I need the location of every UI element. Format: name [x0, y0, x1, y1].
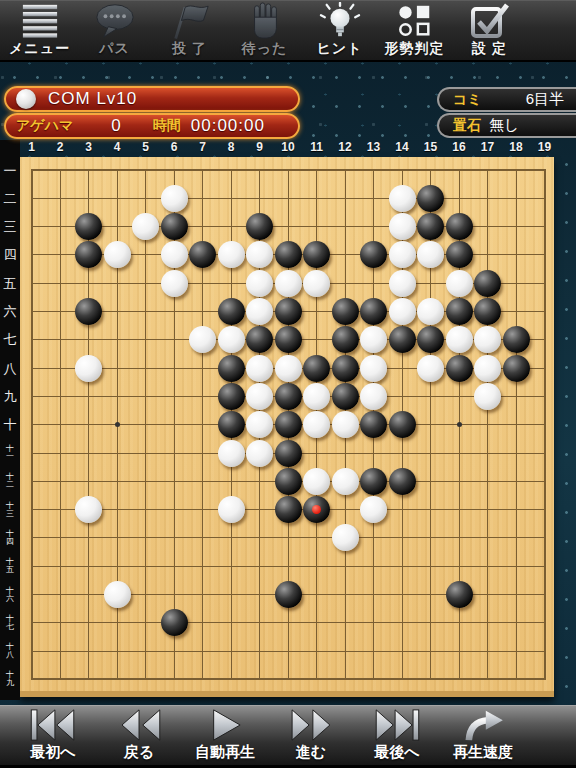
stone-black: [161, 609, 188, 636]
stone-black: [417, 326, 444, 353]
stone-white: [303, 383, 330, 410]
col-label: 17: [474, 140, 502, 154]
stone-white: [360, 383, 387, 410]
agehama-label: アゲハマ: [16, 117, 73, 135]
stone-black: [275, 440, 302, 467]
col-label: 11: [303, 140, 331, 154]
col-label: 5: [132, 140, 160, 154]
hint-button[interactable]: ヒント: [302, 2, 377, 58]
stone-black: [275, 326, 302, 353]
row-label: 六: [0, 302, 20, 322]
stone-white: [246, 383, 273, 410]
stone-black: [417, 185, 444, 212]
row-label: 十五: [0, 556, 20, 576]
stone-black: [189, 241, 216, 268]
stone-black: [389, 326, 416, 353]
capture-time-pill: アゲハマ 0 時間 00:00:00: [4, 113, 300, 139]
stone-black: [474, 270, 501, 297]
last-move-marker: [312, 505, 321, 514]
stone-white: [75, 496, 102, 523]
stone-white: [389, 241, 416, 268]
stone-white: [189, 326, 216, 353]
play-icon: [206, 707, 244, 743]
stone-black: [275, 581, 302, 608]
autoplay-button[interactable]: 自動再生: [182, 707, 268, 762]
stone-black: [360, 298, 387, 325]
stone-white: [417, 241, 444, 268]
settings-button[interactable]: 設 定: [452, 2, 527, 58]
playback-toolbar: 最初へ 戻る 自動再生 進む 最後へ: [0, 705, 576, 768]
stone-black: [303, 496, 330, 523]
col-label: 1: [18, 140, 46, 154]
row-label: 七: [0, 330, 20, 350]
stone-white: [360, 355, 387, 382]
col-label: 18: [502, 140, 530, 154]
rewind-button[interactable]: 戻る: [96, 707, 182, 762]
hint-label: ヒント: [317, 40, 363, 58]
stone-white: [161, 241, 188, 268]
stone-white: [246, 355, 273, 382]
skip-to-end-icon: [372, 707, 422, 743]
col-label: 8: [217, 140, 245, 154]
stone-white: [246, 440, 273, 467]
grid-line: [487, 169, 488, 680]
undo-hand-icon: [246, 2, 284, 40]
stone-white: [104, 581, 131, 608]
stone-white: [389, 185, 416, 212]
grid-line: [31, 537, 546, 538]
handicap-pill: 置石 無し: [437, 113, 576, 138]
row-label: 十: [0, 415, 20, 435]
grid-line: [31, 566, 546, 567]
undo-button[interactable]: 待った: [227, 2, 302, 58]
stone-black: [446, 213, 473, 240]
grid-line: [516, 169, 517, 680]
stone-black: [474, 298, 501, 325]
autoplay-label: 自動再生: [195, 743, 255, 762]
stone-black: [275, 383, 302, 410]
stone-white: [75, 355, 102, 382]
stone-black: [275, 241, 302, 268]
col-label: 16: [445, 140, 473, 154]
col-label: 7: [189, 140, 217, 154]
stone-black: [303, 241, 330, 268]
rewind-label: 戻る: [124, 743, 154, 762]
row-label: 九: [0, 386, 20, 406]
skip-to-end-button[interactable]: 最後へ: [354, 707, 440, 762]
judgment-label: 形勢判定: [385, 40, 445, 58]
stone-black: [218, 411, 245, 438]
stone-black: [332, 355, 359, 382]
pass-label: パス: [99, 40, 130, 58]
stone-black: [446, 581, 473, 608]
stone-black: [503, 326, 530, 353]
stone-black: [275, 411, 302, 438]
row-label: 十六: [0, 585, 20, 605]
stone-white: [446, 270, 473, 297]
stone-black: [161, 213, 188, 240]
col-label: 2: [46, 140, 74, 154]
col-label: 12: [331, 140, 359, 154]
row-coordinates: 一二三四五六七八九十十一十二十三十四十五十六十七十八十九: [0, 140, 20, 700]
col-label: 19: [531, 140, 559, 154]
playback-speed-label: 再生速度: [453, 743, 513, 762]
stone-black: [75, 298, 102, 325]
settings-checkbox-icon: [470, 2, 510, 40]
judgment-button[interactable]: 形勢判定: [377, 2, 452, 58]
column-coordinates: 12345678910111213141516171819: [20, 140, 554, 157]
goban[interactable]: [20, 157, 554, 697]
komi-label: コミ: [453, 91, 482, 109]
skip-to-start-icon: [28, 707, 78, 743]
undo-label: 待った: [242, 40, 288, 58]
row-label: 十九: [0, 669, 20, 689]
menu-label: メニュー: [9, 40, 70, 58]
skip-to-start-button[interactable]: 最初へ: [10, 707, 96, 762]
col-label: 10: [274, 140, 302, 154]
rewind-icon: [116, 707, 162, 743]
handicap-value: 無し: [489, 116, 519, 135]
komi-pill: コミ 6目半: [437, 87, 576, 112]
white-stone-icon: [16, 89, 36, 109]
stone-black: [246, 213, 273, 240]
col-label: 15: [417, 140, 445, 154]
stone-white: [417, 298, 444, 325]
stone-white: [218, 326, 245, 353]
stone-white: [218, 241, 245, 268]
star-point: [115, 422, 120, 427]
stone-white: [303, 270, 330, 297]
resign-label: 投 了: [172, 40, 207, 58]
player-label: COM Lv10: [48, 89, 137, 109]
stone-black: [218, 298, 245, 325]
skip-to-end-label: 最後へ: [374, 743, 419, 762]
row-label: 十一: [0, 443, 20, 463]
col-label: 3: [75, 140, 103, 154]
col-label: 4: [103, 140, 131, 154]
stone-black: [446, 241, 473, 268]
stone-white: [417, 355, 444, 382]
col-label: 6: [160, 140, 188, 154]
menu-icon: [21, 2, 59, 40]
stone-white: [332, 524, 359, 551]
grid-line: [31, 622, 546, 623]
stone-black: [303, 355, 330, 382]
stone-white: [275, 355, 302, 382]
row-label: 十三: [0, 500, 20, 520]
resign-button[interactable]: 投 了: [152, 2, 227, 58]
stone-white: [132, 213, 159, 240]
stone-white: [389, 270, 416, 297]
handicap-label: 置石: [453, 117, 481, 135]
row-label: 八: [0, 358, 20, 378]
stone-black: [332, 326, 359, 353]
stone-black: [360, 241, 387, 268]
stone-black: [389, 468, 416, 495]
row-label: 十四: [0, 528, 20, 548]
stone-black: [275, 468, 302, 495]
stone-black: [417, 213, 444, 240]
row-label: 十八: [0, 641, 20, 661]
stone-white: [303, 411, 330, 438]
stone-white: [474, 355, 501, 382]
row-label: 四: [0, 245, 20, 265]
stone-black: [360, 411, 387, 438]
stone-black: [360, 468, 387, 495]
stone-white: [246, 241, 273, 268]
skip-to-start-label: 最初へ: [30, 743, 75, 762]
stone-black: [389, 411, 416, 438]
grid-line: [31, 651, 546, 652]
menu-button[interactable]: メニュー: [2, 2, 77, 58]
stone-white: [332, 411, 359, 438]
row-label: 五: [0, 273, 20, 293]
stone-black: [75, 213, 102, 240]
stone-black: [332, 298, 359, 325]
stone-white: [389, 213, 416, 240]
stone-white: [360, 326, 387, 353]
time-value: 00:00:00: [191, 116, 265, 136]
stone-black: [332, 383, 359, 410]
pass-button[interactable]: パス: [77, 2, 152, 58]
stone-black: [246, 326, 273, 353]
stone-black: [218, 355, 245, 382]
stone-black: [503, 355, 530, 382]
playback-speed-arrow-icon: [461, 707, 505, 743]
stone-white: [246, 411, 273, 438]
forward-button[interactable]: 進む: [268, 707, 354, 762]
stone-white: [161, 185, 188, 212]
stone-white: [246, 270, 273, 297]
judgment-shapes-icon: [396, 2, 434, 40]
row-label: 十七: [0, 613, 20, 633]
stone-white: [474, 326, 501, 353]
komi-value: 6目半: [526, 90, 568, 109]
stone-black: [446, 355, 473, 382]
stone-black: [218, 383, 245, 410]
stone-black: [275, 298, 302, 325]
stone-white: [218, 496, 245, 523]
stone-white: [332, 468, 359, 495]
agehama-value: 0: [111, 116, 120, 136]
hint-bulb-icon: [318, 2, 362, 40]
stone-white: [218, 440, 245, 467]
player-info-pill: COM Lv10: [4, 86, 300, 112]
stone-white: [389, 298, 416, 325]
stone-white: [446, 326, 473, 353]
col-label: 13: [360, 140, 388, 154]
stone-black: [275, 496, 302, 523]
stone-black: [75, 241, 102, 268]
stone-white: [360, 496, 387, 523]
row-label: 二: [0, 188, 20, 208]
settings-label: 設 定: [472, 40, 507, 58]
stone-white: [474, 383, 501, 410]
star-point: [457, 422, 462, 427]
top-toolbar: メニュー パス 投 了 待った: [0, 0, 576, 62]
stone-black: [446, 298, 473, 325]
time-label: 時間: [153, 117, 181, 135]
resign-flag-icon: [169, 2, 211, 40]
grid-line: [544, 169, 546, 680]
stone-white: [275, 270, 302, 297]
stone-white: [161, 270, 188, 297]
fast-forward-icon: [288, 707, 334, 743]
stone-white: [246, 298, 273, 325]
grid-line: [31, 678, 546, 680]
stone-white: [104, 241, 131, 268]
col-label: 9: [246, 140, 274, 154]
pass-speech-bubble-icon: [94, 2, 136, 40]
stone-white: [303, 468, 330, 495]
forward-label: 進む: [296, 743, 326, 762]
col-label: 14: [388, 140, 416, 154]
row-label: 三: [0, 217, 20, 237]
playback-speed-button[interactable]: 再生速度: [440, 707, 526, 762]
row-label: 一: [0, 160, 20, 180]
row-label: 十二: [0, 471, 20, 491]
